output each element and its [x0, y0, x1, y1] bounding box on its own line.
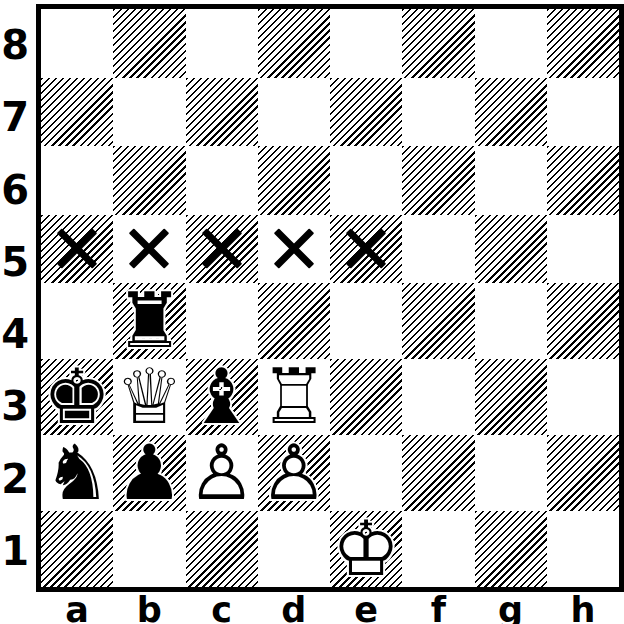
square-d3[interactable]: ♜♖ [258, 359, 330, 435]
square-f1[interactable] [402, 511, 474, 587]
square-c1[interactable] [186, 511, 258, 587]
file-label-f: f [402, 590, 474, 624]
rank-label-6: 6 [0, 154, 34, 226]
piece-white-pawn: ♟♙ [260, 435, 328, 511]
file-label-d: d [258, 590, 330, 624]
piece-white-outline: ♔ [332, 504, 400, 593]
square-d6[interactable] [258, 146, 330, 215]
square-h1[interactable] [547, 511, 619, 587]
file-label-g: g [475, 590, 547, 624]
chess-board: ♜♚♛♕♝♜♖♞♟♟♙♟♙♚♔ [36, 4, 624, 592]
file-label-b: b [113, 590, 185, 624]
square-f4[interactable] [402, 283, 474, 359]
square-f5[interactable] [402, 215, 474, 284]
square-a6[interactable] [41, 146, 113, 215]
square-d7[interactable] [258, 78, 330, 147]
square-g2[interactable] [475, 435, 547, 511]
piece-white-outline: ♙ [188, 428, 256, 517]
square-f6[interactable] [402, 146, 474, 215]
square-b1[interactable] [113, 511, 185, 587]
square-c8[interactable] [186, 9, 258, 78]
square-d8[interactable] [258, 9, 330, 78]
square-g1[interactable] [475, 511, 547, 587]
square-d5[interactable] [258, 215, 330, 284]
square-c3[interactable]: ♝ [186, 359, 258, 435]
square-e5[interactable] [330, 215, 402, 284]
square-a5[interactable] [41, 215, 113, 284]
square-e3[interactable] [330, 359, 402, 435]
square-c5[interactable] [186, 215, 258, 284]
square-f2[interactable] [402, 435, 474, 511]
file-labels: abcdefgh [41, 590, 619, 624]
square-a2[interactable]: ♞ [41, 435, 113, 511]
file-label-c: c [186, 590, 258, 624]
square-h4[interactable] [547, 283, 619, 359]
rank-label-2: 2 [0, 443, 34, 515]
square-c7[interactable] [186, 78, 258, 147]
square-h6[interactable] [547, 146, 619, 215]
square-c2[interactable]: ♟♙ [186, 435, 258, 511]
square-e2[interactable] [330, 435, 402, 511]
rank-label-3: 3 [0, 370, 34, 442]
square-h5[interactable] [547, 215, 619, 284]
square-d2[interactable]: ♟♙ [258, 435, 330, 511]
file-label-e: e [330, 590, 402, 624]
square-a8[interactable] [41, 9, 113, 78]
piece-black-knight: ♞ [43, 435, 111, 511]
piece-white-king: ♚♔ [332, 511, 400, 587]
chess-diagram: 87654321 ♜♚♛♕♝♜♖♞♟♟♙♟♙♚♔ abcdefgh [0, 0, 624, 624]
square-d1[interactable] [258, 511, 330, 587]
rank-labels: 87654321 [0, 9, 34, 587]
piece-black-bishop: ♝ [188, 359, 256, 435]
x-mark [269, 224, 319, 274]
square-b4[interactable]: ♜ [113, 283, 185, 359]
piece-white-rook: ♜♖ [260, 359, 328, 435]
square-h2[interactable] [547, 435, 619, 511]
x-mark [52, 224, 102, 274]
square-a7[interactable] [41, 78, 113, 147]
square-e6[interactable] [330, 146, 402, 215]
square-e8[interactable] [330, 9, 402, 78]
square-a1[interactable] [41, 511, 113, 587]
square-c6[interactable] [186, 146, 258, 215]
square-e4[interactable] [330, 283, 402, 359]
piece-black-rook: ♜ [115, 283, 183, 359]
square-g5[interactable] [475, 215, 547, 284]
square-h3[interactable] [547, 359, 619, 435]
square-g8[interactable] [475, 9, 547, 78]
x-mark [341, 224, 391, 274]
square-h7[interactable] [547, 78, 619, 147]
square-b7[interactable] [113, 78, 185, 147]
piece-white-outline: ♙ [260, 428, 328, 517]
square-e1[interactable]: ♚♔ [330, 511, 402, 587]
square-f3[interactable] [402, 359, 474, 435]
square-a3[interactable]: ♚ [41, 359, 113, 435]
piece-white-pawn: ♟♙ [188, 435, 256, 511]
square-g7[interactable] [475, 78, 547, 147]
piece-black-pawn: ♟ [115, 435, 183, 511]
square-b2[interactable]: ♟ [113, 435, 185, 511]
rank-label-1: 1 [0, 515, 34, 587]
rank-label-4: 4 [0, 298, 34, 370]
square-b5[interactable] [113, 215, 185, 284]
square-b8[interactable] [113, 9, 185, 78]
square-g4[interactable] [475, 283, 547, 359]
square-e7[interactable] [330, 78, 402, 147]
file-label-h: h [547, 590, 619, 624]
square-f7[interactable] [402, 78, 474, 147]
square-b6[interactable] [113, 146, 185, 215]
square-a4[interactable] [41, 283, 113, 359]
x-mark [197, 224, 247, 274]
piece-black-king: ♚ [43, 359, 111, 435]
rank-label-8: 8 [0, 9, 34, 81]
file-label-a: a [41, 590, 113, 624]
x-mark [124, 224, 174, 274]
square-b3[interactable]: ♛♕ [113, 359, 185, 435]
square-g3[interactable] [475, 359, 547, 435]
square-f8[interactable] [402, 9, 474, 78]
square-h8[interactable] [547, 9, 619, 78]
square-c4[interactable] [186, 283, 258, 359]
rank-label-5: 5 [0, 226, 34, 298]
square-g6[interactable] [475, 146, 547, 215]
rank-label-7: 7 [0, 81, 34, 153]
square-d4[interactable] [258, 283, 330, 359]
piece-white-queen: ♛♕ [115, 359, 183, 435]
